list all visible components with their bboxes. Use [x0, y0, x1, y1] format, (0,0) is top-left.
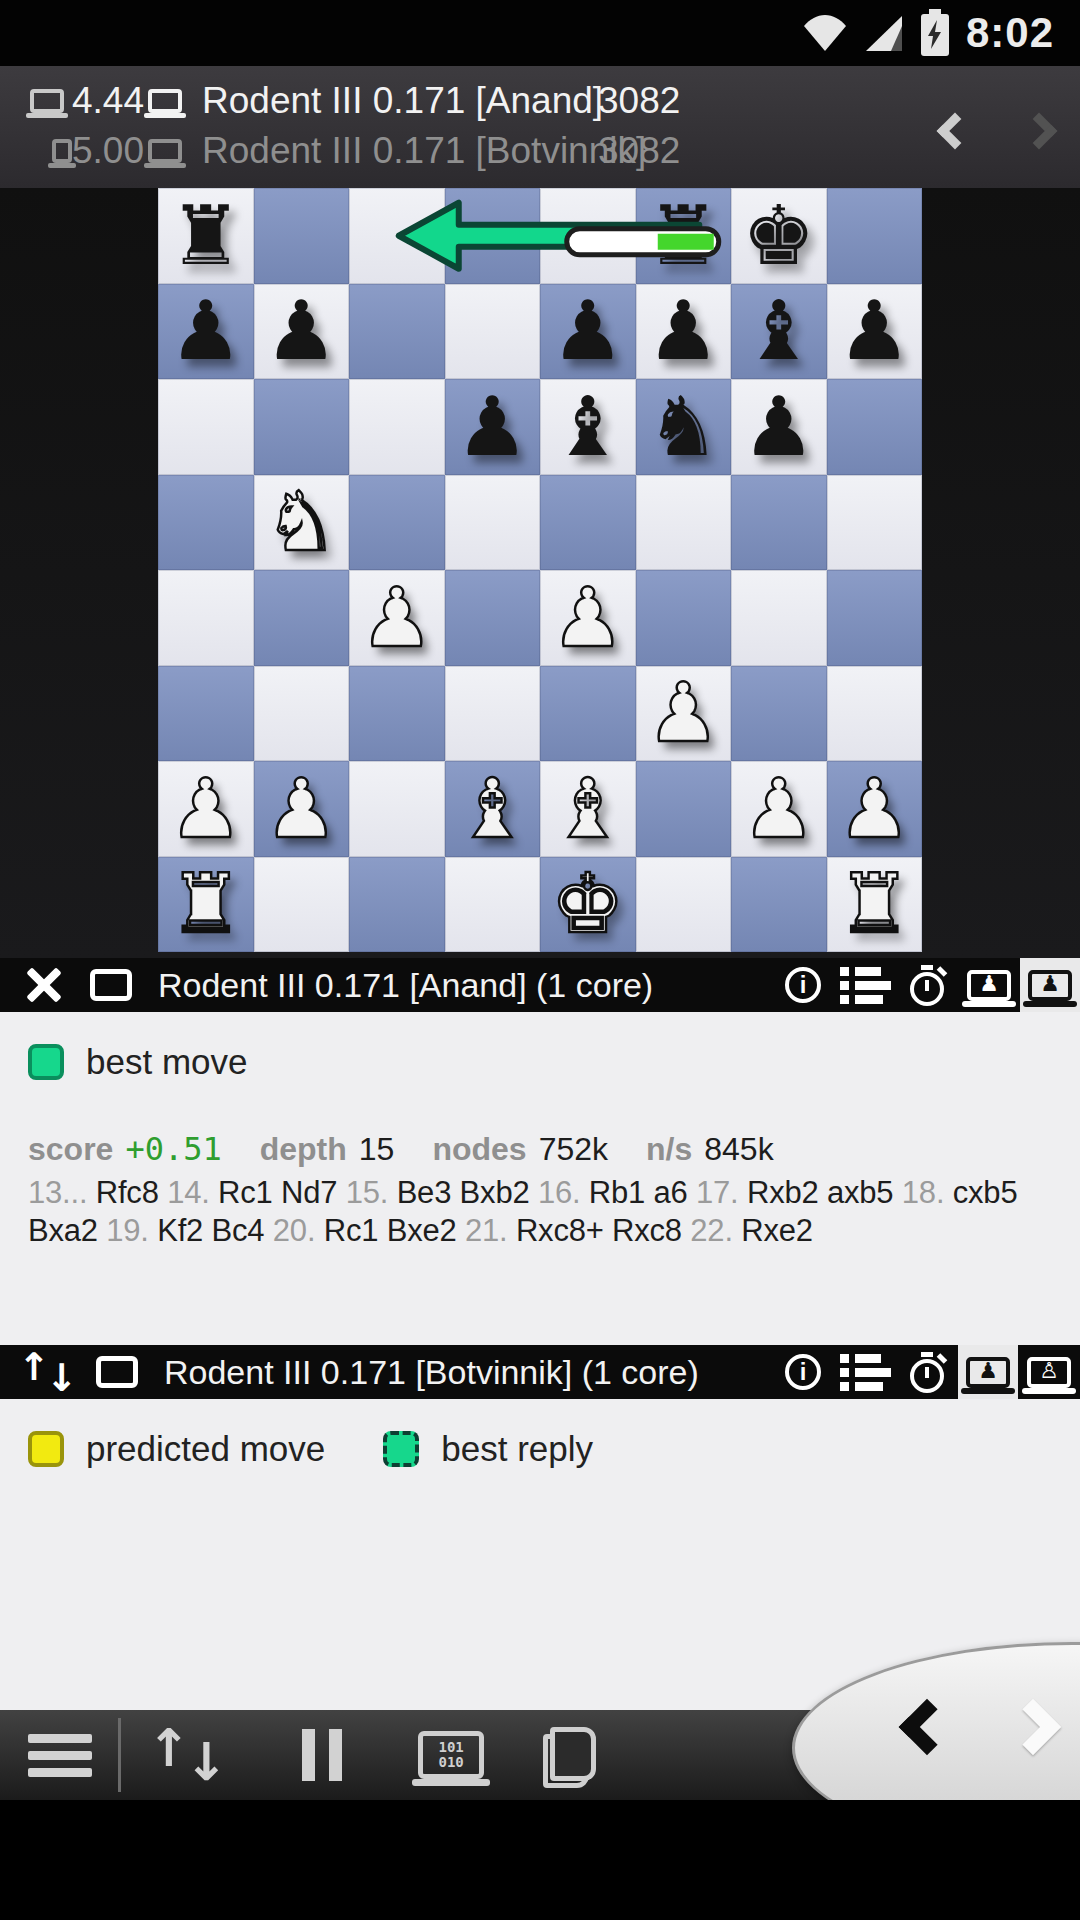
square-g1[interactable] [731, 857, 827, 953]
predicted-move-legend-swatch [28, 1431, 64, 1467]
pv-token: cxb5 [953, 1175, 1018, 1210]
black-rook: ♜ [636, 188, 732, 284]
pv-token: Nd7 [281, 1175, 337, 1210]
square-h4[interactable] [827, 570, 923, 666]
white-pawn: ♟ [827, 761, 923, 857]
square-h1[interactable]: ♜ [827, 857, 923, 953]
square-d8[interactable] [445, 188, 541, 284]
square-f7[interactable]: ♟ [636, 284, 732, 380]
square-c8[interactable] [349, 188, 445, 284]
square-b4[interactable] [254, 570, 350, 666]
square-b2[interactable]: ♟ [254, 761, 350, 857]
board-icon[interactable] [90, 969, 132, 1001]
pv-token: Rxe2 [741, 1213, 813, 1248]
nps-label: n/s [646, 1131, 692, 1168]
square-e5[interactable] [540, 475, 636, 571]
predicted-move-legend-label: predicted move [86, 1429, 325, 1469]
square-a5[interactable] [158, 475, 254, 571]
engine-laptop-pawn-selected-icon[interactable]: ♟ [1020, 958, 1080, 1012]
white-pawn: ♟ [636, 666, 732, 762]
stopwatch-icon[interactable] [896, 1345, 958, 1399]
square-g2[interactable]: ♟ [731, 761, 827, 857]
engine1-output: best move score +0.51 depth 15 nodes 752… [0, 1012, 1080, 1345]
engine-laptop-pawn-icon[interactable]: ♟ [958, 958, 1020, 1012]
pv-token: 17. [696, 1175, 739, 1210]
pv-token: Rfc8 [96, 1175, 159, 1210]
chess-board[interactable]: ♜♜♚♟♟♟♟♝♟♟♝♞♟♞♟♟♟♟♟♝♝♟♟♜♚♜ [158, 188, 922, 952]
engine1-clock: 4.44 [72, 80, 146, 122]
white-bishop: ♝ [540, 761, 636, 857]
wifi-icon [802, 14, 848, 52]
square-d1[interactable] [445, 857, 541, 953]
swap-arrows-icon[interactable]: ↑↓ [18, 1350, 70, 1394]
square-e3[interactable] [540, 666, 636, 762]
square-f6[interactable]: ♞ [636, 379, 732, 475]
square-h8[interactable] [827, 188, 923, 284]
pv-token: Bxa2 [28, 1213, 98, 1248]
chevron-left-icon[interactable] [899, 1699, 956, 1756]
white-pawn: ♟ [349, 570, 445, 666]
black-pawn: ♟ [540, 284, 636, 380]
square-h7[interactable]: ♟ [827, 284, 923, 380]
white-pawn: ♟ [731, 761, 827, 857]
info-icon[interactable]: i [772, 1345, 834, 1399]
engine1-name: Rodent III 0.171 [Anand] [202, 80, 598, 122]
white-rook: ♜ [158, 857, 254, 953]
square-b6[interactable] [254, 379, 350, 475]
pv-token: 22. [690, 1213, 733, 1248]
depth-label: depth [260, 1131, 347, 1168]
square-g5[interactable] [731, 475, 827, 571]
black-pawn: ♟ [445, 379, 541, 475]
white-pawn: ♟ [254, 761, 350, 857]
book-icon[interactable] [550, 1727, 596, 1783]
pv-token: Rxc8 [612, 1213, 682, 1248]
square-e6[interactable]: ♝ [540, 379, 636, 475]
swap-arrows-icon[interactable]: ↑↓ [147, 1725, 228, 1785]
nps-value: 845k [704, 1131, 773, 1168]
cell-signal-icon [864, 14, 904, 52]
battery-charging-icon [920, 9, 950, 57]
engine2-bar: ↑↓ Rodent III 0.171 [Botvinnik] (1 core)… [0, 1345, 1080, 1399]
list-icon[interactable] [834, 1345, 896, 1399]
pv-token: 15. [346, 1175, 389, 1210]
close-icon[interactable] [24, 965, 64, 1005]
divider [118, 1718, 121, 1792]
square-c4[interactable]: ♟ [349, 570, 445, 666]
pv-token: 14. [167, 1175, 210, 1210]
square-d4[interactable] [445, 570, 541, 666]
square-c6[interactable] [349, 379, 445, 475]
square-b1[interactable] [254, 857, 350, 953]
chevron-right-icon[interactable] [1005, 1699, 1062, 1756]
square-b8[interactable] [254, 188, 350, 284]
square-g7[interactable]: ♝ [731, 284, 827, 380]
white-bishop: ♝ [445, 761, 541, 857]
android-status-bar: 8:02 [0, 0, 1080, 66]
square-e7[interactable]: ♟ [540, 284, 636, 380]
square-f8[interactable]: ♜ [636, 188, 732, 284]
square-f3[interactable]: ♟ [636, 666, 732, 762]
list-icon[interactable] [834, 958, 896, 1012]
square-d6[interactable]: ♟ [445, 379, 541, 475]
square-a8[interactable]: ♜ [158, 188, 254, 284]
square-c3[interactable] [349, 666, 445, 762]
engine1-bar: Rodent III 0.171 [Anand] (1 core) i ♟ ♟ [0, 958, 1080, 1012]
square-h6[interactable] [827, 379, 923, 475]
pv-token: 20. [273, 1213, 316, 1248]
square-f4[interactable] [636, 570, 732, 666]
pv-token: 19. [106, 1213, 149, 1248]
black-bishop: ♝ [540, 379, 636, 475]
pv-token: Bc4 [212, 1213, 265, 1248]
square-e2[interactable]: ♝ [540, 761, 636, 857]
engine2-rating: 3082 [598, 130, 680, 172]
white-pawn: ♟ [540, 570, 636, 666]
engine2-header-row[interactable]: 5.00 Rodent III 0.171 [Botvinnik] 3082 [0, 126, 1080, 176]
square-h5[interactable] [827, 475, 923, 571]
board-area: ♜♜♚♟♟♟♟♝♟♟♝♞♟♞♟♟♟♟♟♝♝♟♟♜♚♜ [0, 188, 1080, 958]
pv-token: Bxe2 [387, 1213, 457, 1248]
square-c5[interactable] [349, 475, 445, 571]
board-icon[interactable] [96, 1356, 138, 1388]
pv-token: 18. [902, 1175, 945, 1210]
best-reply-legend-label: best reply [441, 1429, 593, 1469]
square-g6[interactable]: ♟ [731, 379, 827, 475]
pv-token: Rc1 [324, 1213, 379, 1248]
square-f5[interactable] [636, 475, 732, 571]
nodes-label: nodes [432, 1131, 526, 1168]
engine-laptop-pawn-outline-icon[interactable]: ♙ [1018, 1345, 1080, 1399]
engine2-name: Rodent III 0.171 [Botvinnik] [202, 130, 598, 172]
pv-token: 21. [465, 1213, 508, 1248]
square-b5[interactable]: ♞ [254, 475, 350, 571]
engine1-bar-title: Rodent III 0.171 [Anand] (1 core) [158, 966, 653, 1005]
square-a4[interactable] [158, 570, 254, 666]
black-pawn: ♟ [731, 379, 827, 475]
score-value: +0.51 [125, 1130, 221, 1168]
square-d7[interactable] [445, 284, 541, 380]
engine1-stats: score +0.51 depth 15 nodes 752k n/s 845k [28, 1130, 1052, 1168]
white-rook: ♜ [827, 857, 923, 953]
laptop-icon [52, 139, 72, 163]
principal-variation: 13... Rfc8 14. Rc1 Nd7 15. Be3 Bxb2 16. … [28, 1174, 1052, 1250]
laptop-icon [30, 89, 64, 113]
square-b7[interactable]: ♟ [254, 284, 350, 380]
square-c2[interactable] [349, 761, 445, 857]
pv-token: Bxb2 [460, 1175, 530, 1210]
square-d3[interactable] [445, 666, 541, 762]
square-f2[interactable] [636, 761, 732, 857]
engine-laptop-pawn-selected-icon[interactable]: ♟ [958, 1345, 1018, 1399]
square-g8[interactable]: ♚ [731, 188, 827, 284]
pv-token: Be3 [397, 1175, 452, 1210]
square-a7[interactable]: ♟ [158, 284, 254, 380]
square-g4[interactable] [731, 570, 827, 666]
white-knight: ♞ [254, 475, 350, 571]
square-e1[interactable]: ♚ [540, 857, 636, 953]
black-pawn: ♟ [636, 284, 732, 380]
square-g3[interactable] [731, 666, 827, 762]
black-rook: ♜ [158, 188, 254, 284]
square-h3[interactable] [827, 666, 923, 762]
android-nav-bar [0, 1800, 1080, 1920]
laptop-icon [148, 139, 182, 163]
square-a6[interactable] [158, 379, 254, 475]
pv-token: Rb1 [589, 1175, 645, 1210]
engine2-clock: 5.00 [72, 130, 146, 172]
pv-token: 16. [538, 1175, 581, 1210]
square-c7[interactable] [349, 284, 445, 380]
square-c1[interactable] [349, 857, 445, 953]
square-a2[interactable]: ♟ [158, 761, 254, 857]
square-h2[interactable]: ♟ [827, 761, 923, 857]
score-label: score [28, 1131, 113, 1168]
best-move-legend-swatch [28, 1044, 64, 1080]
pv-token: 13... [28, 1175, 87, 1210]
square-b3[interactable] [254, 666, 350, 762]
pv-token: Rxb2 [747, 1175, 819, 1210]
black-king: ♚ [731, 188, 827, 284]
pv-token: Rxc8+ [516, 1213, 604, 1248]
menu-icon[interactable] [28, 1726, 92, 1785]
engine2-bar-title: Rodent III 0.171 [Botvinnik] (1 core) [164, 1353, 699, 1392]
square-e4[interactable]: ♟ [540, 570, 636, 666]
black-pawn: ♟ [254, 284, 350, 380]
black-knight: ♞ [636, 379, 732, 475]
info-icon[interactable]: i [772, 958, 834, 1012]
engine1-rating: 3082 [598, 80, 680, 122]
square-d2[interactable]: ♝ [445, 761, 541, 857]
black-pawn: ♟ [827, 284, 923, 380]
square-d5[interactable] [445, 475, 541, 571]
white-king: ♚ [540, 857, 636, 953]
square-a3[interactable] [158, 666, 254, 762]
status-time: 8:02 [966, 9, 1054, 57]
pause-icon[interactable] [302, 1729, 342, 1781]
pv-token: Rc1 [218, 1175, 273, 1210]
pv-token: Kf2 [157, 1213, 203, 1248]
binary-laptop-icon[interactable]: 101010 [418, 1731, 484, 1779]
match-header: 4.44 Rodent III 0.171 [Anand] 3082 5.00 … [0, 66, 1080, 188]
black-bishop: ♝ [731, 284, 827, 380]
stopwatch-icon[interactable] [896, 958, 958, 1012]
square-f1[interactable] [636, 857, 732, 953]
pv-token: axb5 [827, 1175, 893, 1210]
pv-token: a6 [654, 1175, 688, 1210]
nodes-value: 752k [539, 1131, 608, 1168]
best-reply-legend-swatch [383, 1431, 419, 1467]
black-pawn: ♟ [158, 284, 254, 380]
best-move-legend-label: best move [86, 1042, 247, 1082]
depth-value: 15 [359, 1131, 395, 1168]
square-a1[interactable]: ♜ [158, 857, 254, 953]
square-e8[interactable] [540, 188, 636, 284]
laptop-icon [148, 89, 182, 113]
engine1-header-row[interactable]: 4.44 Rodent III 0.171 [Anand] 3082 [0, 76, 1080, 126]
white-pawn: ♟ [158, 761, 254, 857]
